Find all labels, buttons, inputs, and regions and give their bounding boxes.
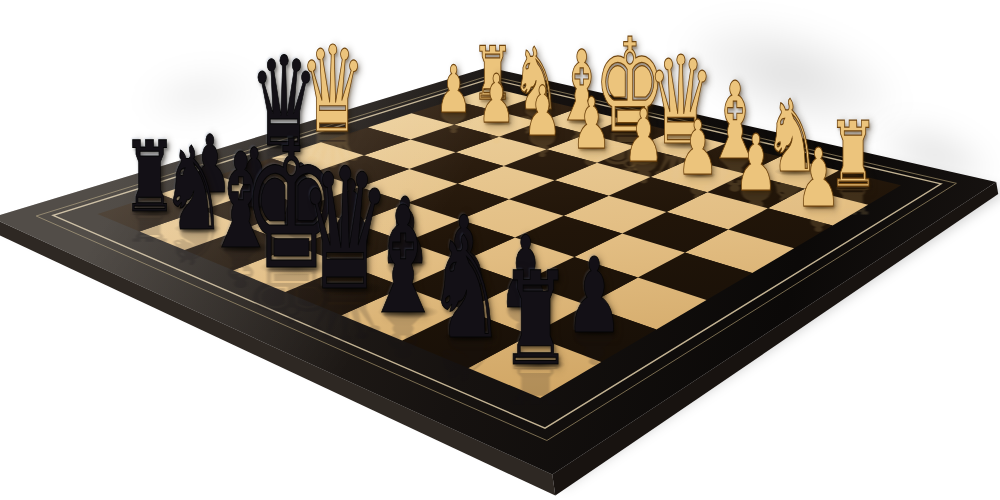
chess-set-product-photo: ♜♜♞♞♟♟♝♝♟♟♛♛♚♚♟♟♛♛♛♛♟♟♝♝♟♟♞♞♟♟♜♜♟♟♟♟♟♟♟♟… — [0, 0, 1000, 500]
board-sheen — [0, 67, 996, 474]
chessboard — [0, 0, 1000, 500]
